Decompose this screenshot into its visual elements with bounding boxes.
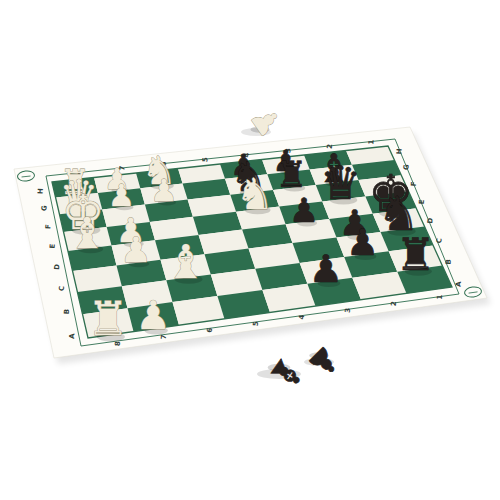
svg-text:♟: ♟	[120, 230, 151, 270]
piece-bP-c2: ♟	[346, 221, 379, 264]
rank-label-bottom-1: 1	[436, 294, 444, 300]
file-label-left-G: G	[40, 205, 48, 212]
file-label-right-H: H	[395, 148, 403, 155]
svg-text:♟: ♟	[135, 292, 170, 338]
file-label-left-E: E	[49, 243, 57, 249]
piece-wB-c6: ♝	[165, 235, 207, 289]
piece-wP-d7: ♟	[120, 230, 151, 270]
piece-bP-b3: ♟	[309, 247, 343, 291]
rank-label-top-5: 5	[201, 157, 209, 163]
svg-text:♟: ♟	[108, 178, 135, 213]
piece-wP-g6: ♟	[150, 173, 177, 208]
piece-bR-g3: ♜	[275, 154, 307, 196]
rank-label-top-1: 1	[367, 139, 375, 145]
piece-bR-b1: ♜	[395, 228, 435, 281]
piece-wB-e8: ♝	[68, 208, 106, 258]
piece-wP-g7: ♟	[108, 178, 135, 213]
rank-label-bottom-5: 5	[252, 321, 260, 327]
file-label-left-H: H	[37, 188, 45, 195]
svg-text:♛: ♛	[320, 156, 361, 210]
piece-wN-f4: ♞	[235, 169, 274, 219]
piece-bP-e3: ♟	[289, 191, 319, 230]
svg-text:♝: ♝	[165, 235, 207, 289]
svg-text:♞: ♞	[235, 169, 274, 219]
chess-board-scene: HHGGFFEEDDCCBBAA8877665544332211♜♟♞♟♟♛♟♟…	[0, 0, 500, 500]
piece-wP-a7: ♟	[135, 292, 170, 338]
svg-text:♝: ♝	[68, 208, 106, 258]
rank-label-bottom-2: 2	[390, 301, 398, 307]
file-label-right-B: B	[445, 259, 453, 265]
svg-text:♟: ♟	[346, 221, 379, 264]
piece-wR-a8: ♜	[87, 292, 129, 346]
rank-label-bottom-6: 6	[206, 327, 214, 333]
svg-text:♜: ♜	[275, 154, 307, 196]
svg-text:♜: ♜	[87, 292, 129, 346]
file-label-left-C: C	[58, 286, 66, 292]
file-label-right-D: D	[426, 217, 434, 224]
svg-text:♜: ♜	[395, 228, 435, 281]
file-label-right-C: C	[435, 238, 443, 244]
svg-text:♟: ♟	[150, 173, 177, 208]
chess-set-photo: HHGGFFEEDDCCBBAA8877665544332211♜♟♞♟♟♛♟♟…	[0, 0, 500, 500]
file-label-left-F: F	[44, 224, 52, 230]
file-label-left-D: D	[53, 263, 61, 270]
piece-bQ-f2: ♛	[320, 156, 361, 210]
rank-label-bottom-3: 3	[344, 308, 352, 314]
svg-text:♟: ♟	[242, 99, 290, 144]
fallen-piece-wP: ♟	[242, 99, 290, 144]
svg-text:♟: ♟	[309, 247, 343, 291]
rank-label-bottom-4: 4	[298, 314, 306, 320]
svg-text:♟: ♟	[289, 191, 319, 230]
file-label-left-B: B	[63, 309, 71, 315]
